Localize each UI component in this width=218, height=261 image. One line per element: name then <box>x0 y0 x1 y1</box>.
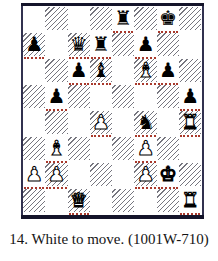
square-b3: ♝ <box>45 137 67 160</box>
square-c2 <box>68 163 90 186</box>
square-e6 <box>112 59 134 82</box>
square-a6 <box>23 59 45 82</box>
square-c1: ♛ <box>68 189 90 212</box>
square-e3 <box>112 137 134 160</box>
piece-underline-h4 <box>180 135 200 137</box>
square-d2 <box>90 163 112 186</box>
square-d6: ♝ <box>90 59 112 82</box>
square-h5: ♟ <box>179 85 201 108</box>
square-g7 <box>157 33 179 56</box>
square-d1 <box>90 189 112 212</box>
piece-underline-a2 <box>24 187 44 189</box>
white-bishop-f6: ♝ <box>137 59 155 82</box>
square-d3 <box>90 137 112 160</box>
square-h1: ♜ <box>179 189 201 212</box>
square-d5 <box>90 85 112 108</box>
square-b1 <box>45 189 67 212</box>
piece-underline-d6 <box>91 83 111 85</box>
square-d8 <box>90 7 112 30</box>
square-h3 <box>179 137 201 160</box>
square-f3: ♟ <box>134 137 156 160</box>
square-g8: ♚ <box>157 7 179 30</box>
white-pawn-a2: ♟ <box>25 163 43 186</box>
square-e4 <box>112 111 134 134</box>
black-pawn-b5: ♟ <box>47 85 65 108</box>
square-a5 <box>23 85 45 108</box>
white-rook-h4: ♜ <box>181 111 199 134</box>
square-b8 <box>45 7 67 30</box>
diagram-caption: 14. White to move. (1001W-710) <box>0 231 218 248</box>
white-bishop-b3: ♝ <box>47 137 65 160</box>
square-f6: ♝ <box>134 59 156 82</box>
square-c6: ♟ <box>68 59 90 82</box>
white-pawn-d4: ♟ <box>92 111 110 134</box>
black-queen-c7: ♛ <box>70 33 88 56</box>
square-f7: ♟ <box>134 33 156 56</box>
scanned-chess-puzzle-page: ♜♚♟♛♜♟♟♝♝♟♟♟♟♞♜♝♟♟♟♟♚♛♜ 14. White to mov… <box>0 0 218 261</box>
piece-underline-d4 <box>91 135 111 137</box>
square-e5 <box>112 85 134 108</box>
white-rook-h1: ♜ <box>181 189 199 212</box>
square-g1 <box>157 189 179 212</box>
black-pawn-f7: ♟ <box>137 33 155 56</box>
piece-underline-c6 <box>69 83 89 85</box>
piece-underline-b5 <box>46 109 66 111</box>
white-pawn-b2: ♟ <box>47 163 65 186</box>
square-f4: ♞ <box>134 111 156 134</box>
square-d7: ♜ <box>90 33 112 56</box>
square-b4 <box>45 111 67 134</box>
black-king-g8: ♚ <box>159 7 177 30</box>
square-f5 <box>134 85 156 108</box>
square-f8 <box>134 7 156 30</box>
square-h7 <box>179 33 201 56</box>
square-a7: ♟ <box>23 33 45 56</box>
black-pawn-a7: ♟ <box>25 33 43 56</box>
square-d4: ♟ <box>90 111 112 134</box>
piece-underline-c1 <box>69 213 89 215</box>
square-g5 <box>157 85 179 108</box>
square-g3 <box>157 137 179 160</box>
piece-underline-f6 <box>135 83 155 85</box>
black-pawn-g6: ♟ <box>159 59 177 82</box>
square-a4 <box>23 111 45 134</box>
piece-underline-g8 <box>158 31 178 33</box>
square-b5: ♟ <box>45 85 67 108</box>
square-h6 <box>179 59 201 82</box>
square-c3 <box>68 137 90 160</box>
white-pawn-f2: ♟ <box>137 163 155 186</box>
piece-underline-h1 <box>180 213 200 215</box>
square-a8 <box>23 7 45 30</box>
square-f2: ♟ <box>134 163 156 186</box>
piece-underline-g2 <box>158 187 178 189</box>
square-a1 <box>23 189 45 212</box>
square-a2: ♟ <box>23 163 45 186</box>
black-rook-d7: ♜ <box>92 33 110 56</box>
square-g2: ♚ <box>157 163 179 186</box>
piece-underline-g6 <box>158 83 178 85</box>
white-pawn-f3: ♟ <box>137 137 155 160</box>
square-b6 <box>45 59 67 82</box>
square-c7: ♛ <box>68 33 90 56</box>
chess-diagram: ♜♚♟♛♜♟♟♝♝♟♟♟♟♞♜♝♟♟♟♟♚♛♜ <box>21 3 204 219</box>
piece-underline-a7 <box>24 57 44 59</box>
board-frame: ♜♚♟♛♜♟♟♝♝♟♟♟♟♞♜♝♟♟♟♟♚♛♜ <box>21 6 204 215</box>
square-g4 <box>157 111 179 134</box>
black-pawn-h5: ♟ <box>181 85 199 108</box>
square-e7 <box>112 33 134 56</box>
square-h2 <box>179 163 201 186</box>
square-f1 <box>134 189 156 212</box>
square-g6: ♟ <box>157 59 179 82</box>
piece-underline-b2 <box>46 187 66 189</box>
square-h8 <box>179 7 201 30</box>
board-bottom-border <box>21 215 204 219</box>
black-bishop-d6: ♝ <box>92 59 110 82</box>
square-e1 <box>112 189 134 212</box>
square-c4 <box>68 111 90 134</box>
black-pawn-c6: ♟ <box>70 59 88 82</box>
square-e2 <box>112 163 134 186</box>
square-c8 <box>68 7 90 30</box>
square-a3 <box>23 137 45 160</box>
square-e8: ♜ <box>112 7 134 30</box>
piece-underline-e8 <box>113 31 133 33</box>
black-knight-f4: ♞ <box>137 111 155 134</box>
chess-board: ♜♚♟♛♜♟♟♝♝♟♟♟♟♞♜♝♟♟♟♟♚♛♜ <box>23 7 202 212</box>
square-b7 <box>45 33 67 56</box>
piece-underline-f2 <box>135 187 155 189</box>
square-b2: ♟ <box>45 163 67 186</box>
white-queen-c1: ♛ <box>70 189 88 212</box>
square-h4: ♜ <box>179 111 201 134</box>
white-king-g2: ♚ <box>159 163 177 186</box>
black-rook-e8: ♜ <box>114 7 132 30</box>
square-c5 <box>68 85 90 108</box>
